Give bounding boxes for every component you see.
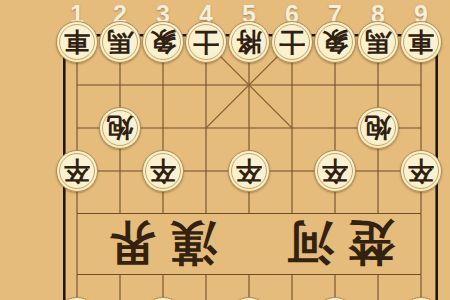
black-卒-piece-file9[interactable]: 卒	[400, 150, 442, 192]
piece-glyph: 炮	[107, 115, 133, 141]
black-車-piece-file9[interactable]: 車	[400, 21, 442, 63]
piece-ring: 炮	[360, 110, 396, 146]
piece-ring: 卒	[145, 153, 181, 189]
black-士-piece-file6[interactable]: 士	[271, 21, 313, 63]
black-炮-piece-file2[interactable]: 炮	[99, 107, 141, 149]
piece-glyph: 將	[236, 29, 262, 55]
piece-glyph: 卒	[236, 158, 262, 184]
piece-ring: 車	[59, 24, 95, 60]
piece-glyph: 卒	[322, 158, 348, 184]
black-炮-piece-file8[interactable]: 炮	[357, 107, 399, 149]
piece-glyph: 卒	[150, 158, 176, 184]
river-text-right: 楚河	[268, 217, 400, 269]
piece-glyph: 卒	[64, 158, 90, 184]
black-馬-piece-file8[interactable]: 馬	[357, 21, 399, 63]
piece-glyph: 士	[279, 29, 305, 55]
river-text-left: 漢界	[92, 217, 220, 269]
black-卒-piece-file7[interactable]: 卒	[314, 150, 356, 192]
piece-ring: 炮	[102, 110, 138, 146]
black-象-piece-file3[interactable]: 象	[142, 21, 184, 63]
piece-ring: 卒	[317, 153, 353, 189]
piece-glyph: 象	[150, 29, 176, 55]
piece-glyph: 車	[64, 29, 90, 55]
black-馬-piece-file2[interactable]: 馬	[99, 21, 141, 63]
piece-glyph: 士	[193, 29, 219, 55]
piece-ring: 士	[188, 24, 224, 60]
piece-glyph: 象	[322, 29, 348, 55]
piece-glyph: 炮	[365, 115, 391, 141]
black-卒-piece-file1[interactable]: 卒	[56, 150, 98, 192]
black-車-piece-file1[interactable]: 車	[56, 21, 98, 63]
black-士-piece-file4[interactable]: 士	[185, 21, 227, 63]
black-將-piece-file5[interactable]: 將	[228, 21, 270, 63]
piece-ring: 士	[274, 24, 310, 60]
piece-ring: 象	[145, 24, 181, 60]
piece-ring: 象	[317, 24, 353, 60]
xiangqi-board: 123456789 漢界 楚河 車馬象士將士象馬車炮炮卒卒卒卒卒兵兵兵兵兵	[0, 0, 450, 300]
piece-glyph: 馬	[107, 29, 133, 55]
piece-ring: 馬	[102, 24, 138, 60]
black-象-piece-file7[interactable]: 象	[314, 21, 356, 63]
piece-glyph: 車	[408, 29, 434, 55]
piece-ring: 卒	[59, 153, 95, 189]
piece-ring: 將	[231, 24, 267, 60]
piece-glyph: 馬	[365, 29, 391, 55]
black-卒-piece-file5[interactable]: 卒	[228, 150, 270, 192]
piece-ring: 卒	[231, 153, 267, 189]
piece-ring: 卒	[403, 153, 439, 189]
piece-ring: 車	[403, 24, 439, 60]
piece-ring: 馬	[360, 24, 396, 60]
black-卒-piece-file3[interactable]: 卒	[142, 150, 184, 192]
piece-glyph: 卒	[408, 158, 434, 184]
